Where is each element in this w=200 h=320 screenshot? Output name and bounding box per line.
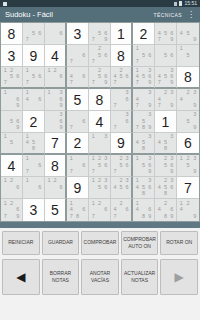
- cell-r4c1[interactable]: 2: [23, 111, 45, 133]
- pencil-notes: 24689: [155, 199, 176, 221]
- pencil-notes: 56: [155, 45, 176, 66]
- comprobar-button[interactable]: COMPROBAR: [81, 231, 119, 255]
- pencil-notes: 24567: [111, 67, 131, 87]
- pencil-notes: 23567: [111, 155, 131, 176]
- note-digit: 7: [24, 169, 30, 175]
- cell-r1c5[interactable]: 8: [111, 45, 133, 67]
- note-digit: 9: [169, 103, 175, 109]
- note-digit: 6: [124, 74, 130, 80]
- note-digit: 6: [124, 96, 130, 102]
- note-digit: 6: [103, 162, 109, 168]
- note-digit: 7: [2, 80, 8, 86]
- note-digit: 6: [81, 52, 87, 58]
- cell-r1c7[interactable]: 56: [155, 45, 177, 67]
- note-digit: 6: [37, 30, 43, 36]
- note-digit: 7: [90, 169, 96, 175]
- pencil-notes: 67: [67, 45, 88, 66]
- cell-r8c3[interactable]: 14678: [67, 199, 89, 221]
- note-digit: 2: [118, 200, 124, 207]
- pencil-notes: 1267: [89, 199, 110, 221]
- cell-value: 1: [117, 27, 125, 41]
- note-digit: 8: [162, 191, 168, 197]
- borrar-notas-button[interactable]: BORRAR NOTAS: [42, 259, 80, 295]
- pencil-notes: 2567: [89, 45, 110, 66]
- note-digit: 3: [147, 134, 153, 140]
- cell-value: 7: [184, 181, 192, 195]
- cell-r0c5[interactable]: 1: [111, 23, 133, 45]
- cell-r6c2[interactable]: 8: [45, 155, 67, 177]
- note-digit: 9: [103, 37, 109, 43]
- note-digit: 6: [169, 184, 175, 190]
- cell-r0c2[interactable]: 6: [45, 23, 67, 45]
- note-digit: 9: [191, 213, 198, 220]
- pencil-notes: 12567: [1, 67, 22, 87]
- cell-r4c8[interactable]: 359: [177, 111, 199, 133]
- note-digit: 8: [74, 213, 80, 220]
- note-digit: 7: [68, 125, 74, 131]
- note-digit: 7: [156, 103, 162, 109]
- pencil-notes: 6: [45, 23, 65, 44]
- cell-value: 9: [30, 49, 38, 63]
- cell-r5c7[interactable]: 3458: [155, 133, 177, 155]
- note-digit: 3: [191, 112, 198, 118]
- note-digit: 9: [169, 37, 175, 43]
- note-digit: 4: [134, 207, 140, 214]
- note-digit: 7: [112, 125, 118, 131]
- note-digit: 7: [90, 213, 96, 220]
- pencil-notes: 123567: [89, 155, 110, 176]
- note-digit: 6: [103, 184, 109, 190]
- cell-value: 3: [8, 49, 16, 63]
- pencil-notes: 126: [45, 67, 65, 87]
- note-digit: 7: [68, 80, 74, 86]
- note-digit: 4: [178, 96, 185, 102]
- note-digit: 7: [90, 80, 96, 86]
- cell-r5c5[interactable]: 9: [111, 133, 133, 155]
- note-digit: 2: [162, 200, 168, 207]
- note-digit: 3: [191, 90, 198, 96]
- pencil-notes: 467: [67, 67, 88, 87]
- pencil-notes: 234568: [155, 177, 176, 198]
- note-digit: 1: [24, 178, 30, 184]
- cell-r8c6[interactable]: 14689: [133, 199, 155, 221]
- actualizar-notas-button[interactable]: ACTUALIZAR NOTAS: [121, 259, 159, 295]
- cell-r3c2[interactable]: 1369: [45, 89, 67, 111]
- note-digit: 9: [147, 169, 153, 175]
- note-digit: 9: [191, 125, 198, 131]
- pencil-notes: 3458: [133, 133, 154, 153]
- note-digit: 6: [124, 162, 130, 168]
- note-digit: 9: [147, 103, 153, 109]
- note-digit: 4: [156, 207, 162, 214]
- cell-value: 3: [74, 27, 82, 41]
- note-digit: 9: [191, 103, 198, 109]
- note-digit: 8: [140, 146, 146, 152]
- note-digit: 9: [15, 125, 21, 131]
- notification-icon: [3, 2, 7, 6]
- cell-r8c7[interactable]: 24689: [155, 199, 177, 221]
- cell-r1c6[interactable]: 1567: [133, 45, 155, 67]
- note-digit: 6: [15, 74, 21, 80]
- note-digit: 2: [8, 200, 14, 207]
- pencil-notes: 3458: [155, 133, 176, 153]
- cell-r2c7[interactable]: 345679: [155, 67, 177, 89]
- pencil-notes: 23569: [155, 155, 176, 176]
- cell-r2c4[interactable]: 25679: [89, 67, 111, 89]
- cell-r2c0[interactable]: 12567: [1, 67, 23, 89]
- note-digit: 9: [191, 169, 198, 175]
- cell-r2c5[interactable]: 24567: [111, 67, 133, 89]
- cell-r6c6[interactable]: 13569: [133, 155, 155, 177]
- note-digit: 6: [37, 184, 43, 190]
- cell-r2c1[interactable]: 1567: [23, 67, 45, 89]
- previous-arrow-button[interactable]: ◀: [2, 259, 40, 295]
- pencil-notes: 1249: [177, 199, 199, 221]
- cell-r0c0[interactable]: 8: [1, 23, 23, 45]
- cell-value: 4: [8, 159, 16, 173]
- cell-value: 8: [117, 49, 125, 63]
- cell-value: 8: [8, 27, 16, 41]
- pencil-notes: 23479: [155, 89, 176, 110]
- pencil-notes: 359: [177, 111, 199, 132]
- note-digit: 7: [90, 59, 96, 65]
- cell-r7c2[interactable]: 126: [45, 177, 67, 199]
- note-digit: 4: [24, 96, 30, 102]
- pencil-notes: 16: [23, 177, 44, 198]
- pencil-notes: 369: [45, 111, 65, 132]
- page-title: Sudoku - Fácil: [5, 10, 154, 19]
- cell-r8c4[interactable]: 1267: [89, 199, 111, 221]
- cell-r8c2[interactable]: 5: [45, 199, 67, 221]
- pencil-notes: 2467: [111, 199, 131, 221]
- pencil-notes: 13569: [133, 155, 154, 176]
- cell-value: 5: [51, 203, 59, 217]
- note-digit: 1: [178, 156, 185, 162]
- note-digit: 9: [191, 37, 198, 43]
- note-digit: 9: [169, 169, 175, 175]
- note-digit: 4: [178, 30, 185, 36]
- cell-value: 1: [162, 115, 170, 129]
- cell-value: 7: [51, 136, 59, 150]
- pencil-notes: 169: [1, 89, 22, 110]
- cell-r6c1[interactable]: 167: [23, 155, 45, 177]
- note-digit: 7: [112, 103, 118, 109]
- cell-value: 8: [184, 70, 192, 84]
- anotar-vacias-button[interactable]: ANOTAR VACÍAS: [81, 259, 119, 295]
- cell-r6c7[interactable]: 23569: [155, 155, 177, 177]
- cell-r5c2[interactable]: 7: [45, 133, 67, 155]
- note-digit: 6: [124, 207, 130, 214]
- cell-r2c6[interactable]: 1345679: [133, 67, 155, 89]
- pencil-notes: 1458: [23, 133, 44, 153]
- cell-value: 2: [30, 115, 38, 129]
- cell-r0c8[interactable]: 459: [177, 23, 199, 45]
- cell-r8c0[interactable]: 12679: [1, 199, 23, 221]
- cell-r7c4[interactable]: 12356: [89, 177, 111, 199]
- cell-r5c8[interactable]: 6: [177, 133, 199, 155]
- note-digit: 3: [147, 90, 153, 96]
- note-digit: 3: [103, 134, 109, 140]
- tecnicas-button[interactable]: TÉCNICAS: [154, 12, 182, 18]
- pencil-notes: 367: [111, 111, 131, 132]
- note-digit: 2: [185, 200, 192, 207]
- note-digit: 9: [147, 80, 153, 86]
- cell-r6c5[interactable]: 23567: [111, 155, 133, 177]
- next-arrow-button[interactable]: ▶: [160, 259, 198, 295]
- cell-r4c6[interactable]: 35789: [133, 111, 155, 133]
- pencil-notes: 1567: [133, 45, 154, 66]
- cell-r5c6[interactable]: 3458: [133, 133, 155, 155]
- note-digit: 9: [58, 125, 64, 131]
- cell-r0c6[interactable]: 2: [133, 23, 155, 45]
- cell-r6c0[interactable]: 4: [1, 155, 23, 177]
- pencil-notes: 3479: [133, 89, 154, 110]
- cell-r3c7[interactable]: 23479: [155, 89, 177, 111]
- cell-r3c1[interactable]: 146: [23, 89, 45, 111]
- pencil-notes: 25679: [89, 67, 110, 87]
- note-digit: 2: [185, 90, 192, 96]
- cell-r7c3[interactable]: 9: [67, 177, 89, 199]
- vibrate-icon: [174, 2, 177, 6]
- cell-value: 6: [184, 136, 192, 150]
- cell-r1c4[interactable]: 2567: [89, 45, 111, 67]
- cell-r8c8[interactable]: 1249: [177, 199, 199, 221]
- note-digit: 1: [90, 134, 96, 140]
- pencil-notes: 134568: [133, 177, 154, 198]
- cell-value: 4: [96, 115, 104, 129]
- pencil-notes: 15: [1, 133, 22, 153]
- note-digit: 6: [37, 162, 43, 168]
- cell-r3c4[interactable]: 8: [89, 89, 111, 111]
- note-digit: 6: [81, 74, 87, 80]
- note-digit: 9: [103, 80, 109, 86]
- note-digit: 7: [134, 59, 140, 65]
- pencil-notes: 67: [67, 111, 88, 132]
- pencil-notes: 1567: [23, 67, 44, 87]
- cell-r1c2[interactable]: 4: [45, 45, 67, 67]
- note-digit: 6: [81, 207, 87, 214]
- pencil-notes: 12679: [1, 199, 22, 221]
- pencil-notes: 12356: [89, 177, 110, 198]
- pencil-notes: 2349: [177, 89, 199, 110]
- cell-r7c6[interactable]: 134568: [133, 177, 155, 199]
- app-bar: Sudoku - Fácil TÉCNICAS ⋮: [0, 7, 200, 22]
- pencil-notes: 126: [45, 177, 65, 198]
- note-digit: 9: [169, 213, 175, 220]
- note-digit: 6: [147, 184, 153, 190]
- note-digit: 9: [15, 213, 21, 220]
- cell-r4c4[interactable]: 4: [89, 111, 111, 133]
- cell-r4c5[interactable]: 367: [111, 111, 133, 133]
- note-digit: 5: [8, 140, 14, 146]
- note-digit: 7: [112, 80, 118, 86]
- note-digit: 6: [58, 184, 64, 190]
- status-bar: 15:51: [0, 0, 200, 7]
- note-digit: 6: [58, 30, 64, 36]
- note-digit: 9: [147, 125, 153, 131]
- sudoku-board: 8567635679124567945939467256781567561512…: [0, 22, 200, 222]
- note-digit: 6: [37, 74, 43, 80]
- overflow-menu-icon[interactable]: ⋮: [187, 11, 195, 19]
- cell-r2c8[interactable]: 8: [177, 67, 199, 89]
- note-digit: 7: [24, 37, 30, 43]
- cell-value: 9: [117, 136, 125, 150]
- note-digit: 7: [112, 169, 118, 175]
- note-digit: 7: [156, 37, 162, 43]
- pencil-notes: 12359: [177, 155, 199, 176]
- cell-r7c8[interactable]: 7: [177, 177, 199, 199]
- note-digit: 7: [24, 80, 30, 86]
- cell-value: 2: [140, 27, 148, 41]
- note-digit: 8: [140, 191, 146, 197]
- note-digit: 6: [169, 52, 175, 58]
- note-digit: 7: [112, 213, 118, 220]
- note-digit: 7: [156, 80, 162, 86]
- cell-r5c1[interactable]: 1458: [23, 133, 45, 155]
- pencil-notes: 167: [23, 155, 44, 176]
- note-digit: 3: [169, 90, 175, 96]
- note-digit: 7: [68, 59, 74, 65]
- note-digit: 9: [169, 80, 175, 86]
- cell-value: 8: [51, 159, 59, 173]
- note-digit: 5: [185, 52, 192, 58]
- cell-r5c3[interactable]: 2: [67, 133, 89, 155]
- note-digit: 6: [147, 52, 153, 58]
- cell-r1c8[interactable]: 15: [177, 45, 199, 67]
- note-digit: 7: [90, 37, 96, 43]
- note-digit: 1: [46, 90, 52, 96]
- pencil-notes: 345679: [155, 67, 176, 87]
- note-digit: 6: [124, 118, 130, 124]
- cell-value: 2: [74, 136, 82, 150]
- note-digit: 7: [2, 213, 8, 220]
- cell-r3c5[interactable]: 367: [111, 89, 133, 111]
- cell-r0c3[interactable]: 3: [67, 23, 89, 45]
- cell-r5c0[interactable]: 15: [1, 133, 23, 155]
- pencil-notes: 1369: [45, 89, 65, 110]
- pencil-notes: 567: [23, 23, 44, 44]
- note-digit: 7: [134, 103, 140, 109]
- note-digit: 3: [147, 112, 153, 118]
- cell-r8c5[interactable]: 2467: [111, 199, 133, 221]
- note-digit: 2: [96, 200, 102, 207]
- note-digit: 1: [2, 90, 8, 96]
- cell-r7c7[interactable]: 234568: [155, 177, 177, 199]
- pencil-notes: 167: [67, 155, 88, 176]
- cell-value: 8: [96, 93, 104, 107]
- battery-icon: [179, 1, 182, 6]
- cell-r3c0[interactable]: 169: [1, 89, 23, 111]
- note-digit: 8: [30, 146, 36, 152]
- cell-r3c3[interactable]: 5: [67, 89, 89, 111]
- cell-r0c4[interactable]: 5679: [89, 23, 111, 45]
- cell-r1c1[interactable]: 9: [23, 45, 45, 67]
- guardar-button[interactable]: GUARDAR: [42, 231, 80, 255]
- note-digit: 6: [37, 96, 43, 102]
- note-digit: 6: [81, 162, 87, 168]
- cell-r2c2[interactable]: 126: [45, 67, 67, 89]
- pencil-notes: 459: [177, 23, 199, 44]
- cell-r4c0[interactable]: 569: [1, 111, 23, 133]
- note-digit: 3: [191, 156, 198, 162]
- pencil-notes: 367: [111, 89, 131, 110]
- cell-r1c3[interactable]: 67: [67, 45, 89, 67]
- cell-r6c3[interactable]: 167: [67, 155, 89, 177]
- button-panel: REINICIAR GUARDAR COMPROBAR COMPROBAR AU…: [0, 228, 200, 320]
- note-digit: 1: [24, 156, 30, 162]
- note-digit: 6: [15, 184, 21, 190]
- pencil-notes: 15: [177, 45, 199, 66]
- note-digit: 6: [81, 118, 87, 124]
- note-digit: 5: [185, 30, 192, 36]
- pencil-notes: 23456: [111, 177, 131, 198]
- cell-value: 3: [30, 203, 38, 217]
- cell-value: 4: [51, 49, 59, 63]
- note-digit: 9: [58, 103, 64, 109]
- note-digit: 6: [58, 74, 64, 80]
- note-digit: 1: [178, 46, 185, 52]
- note-digit: 5: [185, 162, 192, 168]
- cell-r7c0[interactable]: 126: [1, 177, 23, 199]
- pencil-notes: 5679: [89, 23, 110, 44]
- note-digit: 6: [103, 207, 109, 214]
- pencil-notes: 1345679: [133, 67, 154, 87]
- note-digit: 9: [15, 103, 21, 109]
- note-digit: 3: [169, 134, 175, 140]
- note-digit: 6: [124, 184, 130, 190]
- rotar-button[interactable]: ROTAR ON: [160, 231, 198, 255]
- pencil-notes: 45679: [155, 23, 176, 44]
- cell-r7c5[interactable]: 23456: [111, 177, 133, 199]
- cell-r0c7[interactable]: 45679: [155, 23, 177, 45]
- cell-r3c6[interactable]: 3479: [133, 89, 155, 111]
- reiniciar-button[interactable]: REINICIAR: [2, 231, 40, 255]
- cell-value: 5: [74, 93, 82, 107]
- pencil-notes: 14689: [133, 199, 154, 221]
- note-digit: 9: [147, 213, 153, 220]
- cell-r6c4[interactable]: 123567: [89, 155, 111, 177]
- cell-r6c8[interactable]: 12359: [177, 155, 199, 177]
- cell-r5c4[interactable]: 13: [89, 133, 111, 155]
- cell-r7c1[interactable]: 16: [23, 177, 45, 199]
- pencil-notes: 126: [1, 177, 22, 198]
- cell-value: 9: [74, 181, 82, 195]
- pencil-notes: 13: [89, 133, 110, 153]
- note-digit: 1: [68, 156, 74, 162]
- pencil-notes: 14678: [67, 199, 88, 221]
- cell-r1c0[interactable]: 3: [1, 45, 23, 67]
- pencil-notes: 146: [23, 89, 44, 110]
- cell-r0c1[interactable]: 567: [23, 23, 45, 45]
- pencil-notes: 35789: [133, 111, 154, 132]
- note-digit: 5: [185, 118, 192, 124]
- note-digit: 7: [68, 169, 74, 175]
- note-digit: 8: [162, 146, 168, 152]
- cell-r4c3[interactable]: 67: [67, 111, 89, 133]
- cell-r8c1[interactable]: 3: [23, 199, 45, 221]
- cell-r4c7[interactable]: 1: [155, 111, 177, 133]
- comprobar-auto-button[interactable]: COMPROBAR AUTO ON: [121, 231, 159, 255]
- note-digit: 7: [134, 80, 140, 86]
- cell-r2c3[interactable]: 467: [67, 67, 89, 89]
- cell-r3c8[interactable]: 2349: [177, 89, 199, 111]
- note-digit: 6: [103, 52, 109, 58]
- clock-text: 15:51: [184, 1, 197, 6]
- cell-r4c2[interactable]: 369: [45, 111, 67, 133]
- note-digit: 4: [178, 207, 185, 214]
- pencil-notes: 569: [1, 111, 22, 132]
